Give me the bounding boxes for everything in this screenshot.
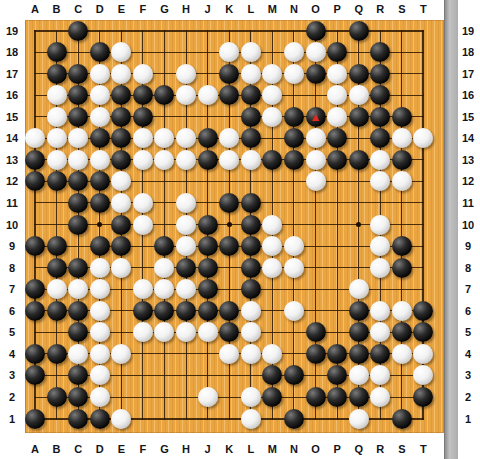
black-stone-M3[interactable] <box>262 365 282 385</box>
white-stone-O12[interactable] <box>306 171 326 191</box>
black-stone-C5[interactable] <box>68 322 88 342</box>
white-stone-B15[interactable] <box>47 107 67 127</box>
column-label-top-H: H <box>175 2 197 16</box>
black-stone-D12[interactable] <box>90 171 110 191</box>
black-stone-E9[interactable] <box>111 236 131 256</box>
black-stone-F15[interactable] <box>133 107 153 127</box>
white-stone-C4[interactable] <box>68 344 88 364</box>
white-stone-N17[interactable] <box>284 64 304 84</box>
white-stone-M10[interactable] <box>262 215 282 235</box>
white-stone-L13[interactable] <box>241 150 261 170</box>
white-stone-D17[interactable] <box>90 64 110 84</box>
white-stone-H7[interactable] <box>176 279 196 299</box>
white-stone-G8[interactable] <box>154 258 174 278</box>
white-stone-H10[interactable] <box>176 215 196 235</box>
window-edge-strip <box>444 0 458 459</box>
row-label-right-3: 3 <box>458 368 478 382</box>
black-stone-T6[interactable] <box>413 301 433 321</box>
black-stone-K6[interactable] <box>219 301 239 321</box>
row-label-right-6: 6 <box>458 304 478 318</box>
row-label-right-11: 11 <box>458 196 478 210</box>
black-stone-S9[interactable] <box>392 236 412 256</box>
black-stone-J8[interactable] <box>198 258 218 278</box>
white-stone-L6[interactable] <box>241 301 261 321</box>
column-label-bottom-E: E <box>110 442 132 456</box>
white-stone-D16[interactable] <box>90 85 110 105</box>
black-stone-L16[interactable] <box>241 85 261 105</box>
black-stone-M2[interactable] <box>262 387 282 407</box>
column-label-bottom-H: H <box>175 442 197 456</box>
row-label-left-8: 8 <box>2 261 22 275</box>
black-stone-G9[interactable] <box>154 236 174 256</box>
black-stone-K5[interactable] <box>219 322 239 342</box>
column-label-top-M: M <box>261 2 283 16</box>
white-stone-B13[interactable] <box>47 150 67 170</box>
black-stone-E16[interactable] <box>111 85 131 105</box>
column-label-top-B: B <box>46 2 68 16</box>
row-label-left-14: 14 <box>2 131 22 145</box>
white-stone-R6[interactable] <box>370 301 390 321</box>
black-stone-L11[interactable] <box>241 193 261 213</box>
black-stone-N14[interactable] <box>284 128 304 148</box>
black-stone-D1[interactable] <box>90 409 110 429</box>
black-stone-S15[interactable] <box>392 107 412 127</box>
white-stone-P16[interactable] <box>327 85 347 105</box>
white-stone-S14[interactable] <box>392 128 412 148</box>
go-board[interactable]: ▲ <box>25 20 444 433</box>
column-label-bottom-J: J <box>197 442 219 456</box>
black-stone-O17[interactable] <box>306 64 326 84</box>
black-stone-N13[interactable] <box>284 150 304 170</box>
column-label-bottom-F: F <box>132 442 154 456</box>
white-stone-H11[interactable] <box>176 193 196 213</box>
white-stone-Q1[interactable] <box>349 409 369 429</box>
column-label-top-F: F <box>132 2 154 16</box>
row-label-left-10: 10 <box>2 218 22 232</box>
black-stone-Q5[interactable] <box>349 322 369 342</box>
white-stone-T14[interactable] <box>413 128 433 148</box>
white-stone-F7[interactable] <box>133 279 153 299</box>
white-stone-F17[interactable] <box>133 64 153 84</box>
row-label-left-1: 1 <box>2 412 22 426</box>
white-stone-D7[interactable] <box>90 279 110 299</box>
row-label-right-5: 5 <box>458 325 478 339</box>
row-label-right-19: 19 <box>458 24 478 38</box>
row-label-left-18: 18 <box>2 45 22 59</box>
row-label-left-4: 4 <box>2 347 22 361</box>
black-stone-B18[interactable] <box>47 42 67 62</box>
column-label-bottom-D: D <box>89 442 111 456</box>
white-stone-R2[interactable] <box>370 387 390 407</box>
row-label-right-8: 8 <box>458 261 478 275</box>
white-stone-D3[interactable] <box>90 365 110 385</box>
white-stone-S6[interactable] <box>392 301 412 321</box>
black-stone-E14[interactable] <box>111 128 131 148</box>
white-stone-H17[interactable] <box>176 64 196 84</box>
row-label-left-5: 5 <box>2 325 22 339</box>
black-stone-R4[interactable] <box>370 344 390 364</box>
white-stone-T3[interactable] <box>413 365 433 385</box>
black-stone-P18[interactable] <box>327 42 347 62</box>
black-stone-R18[interactable] <box>370 42 390 62</box>
white-stone-J5[interactable] <box>198 322 218 342</box>
black-stone-C12[interactable] <box>68 171 88 191</box>
column-label-bottom-K: K <box>218 442 240 456</box>
row-label-right-7: 7 <box>458 282 478 296</box>
white-stone-L18[interactable] <box>241 42 261 62</box>
row-label-left-11: 11 <box>2 196 22 210</box>
black-stone-T5[interactable] <box>413 322 433 342</box>
black-stone-T2[interactable] <box>413 387 433 407</box>
black-stone-D14[interactable] <box>90 128 110 148</box>
white-stone-R3[interactable] <box>370 365 390 385</box>
white-stone-O14[interactable] <box>306 128 326 148</box>
white-stone-H14[interactable] <box>176 128 196 148</box>
black-stone-R15[interactable] <box>370 107 390 127</box>
black-stone-Q6[interactable] <box>349 301 369 321</box>
black-stone-K9[interactable] <box>219 236 239 256</box>
black-stone-D11[interactable] <box>90 193 110 213</box>
black-stone-D18[interactable] <box>90 42 110 62</box>
black-stone-P13[interactable] <box>327 150 347 170</box>
black-stone-B2[interactable] <box>47 387 67 407</box>
white-stone-Q3[interactable] <box>349 365 369 385</box>
row-label-left-15: 15 <box>2 110 22 124</box>
black-stone-F16[interactable] <box>133 85 153 105</box>
black-stone-F6[interactable] <box>133 301 153 321</box>
black-stone-S13[interactable] <box>392 150 412 170</box>
white-stone-G14[interactable] <box>154 128 174 148</box>
black-stone-P4[interactable] <box>327 344 347 364</box>
white-stone-K13[interactable] <box>219 150 239 170</box>
column-label-top-O: O <box>305 2 327 16</box>
row-label-left-3: 3 <box>2 368 22 382</box>
white-stone-N8[interactable] <box>284 258 304 278</box>
column-label-bottom-R: R <box>369 442 391 456</box>
black-stone-A1[interactable] <box>25 409 45 429</box>
white-stone-E17[interactable] <box>111 64 131 84</box>
column-label-bottom-N: N <box>283 442 305 456</box>
white-stone-K14[interactable] <box>219 128 239 148</box>
white-stone-Q16[interactable] <box>349 85 369 105</box>
white-stone-M17[interactable] <box>262 64 282 84</box>
black-stone-A12[interactable] <box>25 171 45 191</box>
black-stone-E15[interactable] <box>111 107 131 127</box>
white-stone-L17[interactable] <box>241 64 261 84</box>
white-stone-M8[interactable] <box>262 258 282 278</box>
black-stone-P2[interactable] <box>327 387 347 407</box>
row-label-right-10: 10 <box>458 218 478 232</box>
white-stone-R13[interactable] <box>370 150 390 170</box>
white-stone-E12[interactable] <box>111 171 131 191</box>
row-label-left-13: 13 <box>2 153 22 167</box>
black-stone-M13[interactable] <box>262 150 282 170</box>
black-stone-A9[interactable] <box>25 236 45 256</box>
white-stone-P15[interactable] <box>327 107 347 127</box>
black-stone-L15[interactable] <box>241 107 261 127</box>
column-label-top-G: G <box>153 2 175 16</box>
row-label-left-16: 16 <box>2 88 22 102</box>
white-stone-C13[interactable] <box>68 150 88 170</box>
black-stone-Q13[interactable] <box>349 150 369 170</box>
white-stone-E4[interactable] <box>111 344 131 364</box>
white-stone-H16[interactable] <box>176 85 196 105</box>
black-stone-L7[interactable] <box>241 279 261 299</box>
white-stone-Q7[interactable] <box>349 279 369 299</box>
black-stone-C15[interactable] <box>68 107 88 127</box>
black-stone-Q19[interactable] <box>349 21 369 41</box>
row-label-right-13: 13 <box>458 153 478 167</box>
column-label-top-E: E <box>110 2 132 16</box>
black-stone-Q4[interactable] <box>349 344 369 364</box>
column-label-top-R: R <box>369 2 391 16</box>
row-label-left-17: 17 <box>2 67 22 81</box>
white-stone-F11[interactable] <box>133 193 153 213</box>
black-stone-H6[interactable] <box>176 301 196 321</box>
white-stone-M9[interactable] <box>262 236 282 256</box>
black-stone-G16[interactable] <box>154 85 174 105</box>
white-stone-O13[interactable] <box>306 150 326 170</box>
black-stone-C10[interactable] <box>68 215 88 235</box>
white-stone-B7[interactable] <box>47 279 67 299</box>
white-stone-R9[interactable] <box>370 236 390 256</box>
white-stone-D5[interactable] <box>90 322 110 342</box>
black-stone-P3[interactable] <box>327 365 347 385</box>
white-stone-G5[interactable] <box>154 322 174 342</box>
black-stone-B8[interactable] <box>47 258 67 278</box>
column-label-bottom-S: S <box>391 442 413 456</box>
column-label-bottom-Q: Q <box>348 442 370 456</box>
black-stone-O19[interactable] <box>306 21 326 41</box>
white-stone-D6[interactable] <box>90 301 110 321</box>
star-point <box>227 222 232 227</box>
column-label-top-Q: Q <box>348 2 370 16</box>
black-stone-J6[interactable] <box>198 301 218 321</box>
row-label-right-17: 17 <box>458 67 478 81</box>
white-stone-L1[interactable] <box>241 409 261 429</box>
column-label-bottom-C: C <box>67 442 89 456</box>
black-stone-Q15[interactable] <box>349 107 369 127</box>
black-stone-C17[interactable] <box>68 64 88 84</box>
row-label-left-6: 6 <box>2 304 22 318</box>
white-stone-H5[interactable] <box>176 322 196 342</box>
black-stone-B17[interactable] <box>47 64 67 84</box>
black-stone-L8[interactable] <box>241 258 261 278</box>
row-label-left-19: 19 <box>2 24 22 38</box>
white-stone-E18[interactable] <box>111 42 131 62</box>
white-stone-M15[interactable] <box>262 107 282 127</box>
white-stone-E8[interactable] <box>111 258 131 278</box>
black-stone-B4[interactable] <box>47 344 67 364</box>
white-stone-H9[interactable] <box>176 236 196 256</box>
row-label-left-9: 9 <box>2 239 22 253</box>
row-label-left-2: 2 <box>2 390 22 404</box>
column-label-top-P: P <box>326 2 348 16</box>
white-stone-K4[interactable] <box>219 344 239 364</box>
black-stone-R14[interactable] <box>370 128 390 148</box>
black-stone-A7[interactable] <box>25 279 45 299</box>
column-label-bottom-A: A <box>24 442 46 456</box>
black-stone-N3[interactable] <box>284 365 304 385</box>
black-stone-E10[interactable] <box>111 215 131 235</box>
column-label-top-D: D <box>89 2 111 16</box>
row-label-right-15: 15 <box>458 110 478 124</box>
black-stone-K17[interactable] <box>219 64 239 84</box>
white-stone-F14[interactable] <box>133 128 153 148</box>
black-stone-B6[interactable] <box>47 301 67 321</box>
black-stone-Q2[interactable] <box>349 387 369 407</box>
white-stone-B14[interactable] <box>47 128 67 148</box>
column-label-bottom-G: G <box>153 442 175 456</box>
black-stone-O5[interactable] <box>306 322 326 342</box>
white-stone-J16[interactable] <box>198 85 218 105</box>
black-stone-C6[interactable] <box>68 301 88 321</box>
white-stone-E11[interactable] <box>111 193 131 213</box>
black-stone-K16[interactable] <box>219 85 239 105</box>
white-stone-A14[interactable] <box>25 128 45 148</box>
black-stone-O2[interactable] <box>306 387 326 407</box>
column-label-top-K: K <box>218 2 240 16</box>
row-label-left-7: 7 <box>2 282 22 296</box>
white-stone-M16[interactable] <box>262 85 282 105</box>
white-stone-R8[interactable] <box>370 258 390 278</box>
column-label-bottom-P: P <box>326 442 348 456</box>
black-stone-A13[interactable] <box>25 150 45 170</box>
white-stone-F13[interactable] <box>133 150 153 170</box>
black-stone-R17[interactable] <box>370 64 390 84</box>
black-stone-A4[interactable] <box>25 344 45 364</box>
row-label-right-1: 1 <box>458 412 478 426</box>
white-stone-T4[interactable] <box>413 344 433 364</box>
white-stone-C14[interactable] <box>68 128 88 148</box>
white-stone-S12[interactable] <box>392 171 412 191</box>
row-label-right-18: 18 <box>458 45 478 59</box>
black-stone-C2[interactable] <box>68 387 88 407</box>
white-stone-K18[interactable] <box>219 42 239 62</box>
row-label-left-12: 12 <box>2 174 22 188</box>
column-label-bottom-L: L <box>240 442 262 456</box>
white-stone-N6[interactable] <box>284 301 304 321</box>
black-stone-G6[interactable] <box>154 301 174 321</box>
white-stone-L5[interactable] <box>241 322 261 342</box>
white-stone-O18[interactable] <box>306 42 326 62</box>
black-stone-D9[interactable] <box>90 236 110 256</box>
white-stone-H13[interactable] <box>176 150 196 170</box>
column-label-top-J: J <box>197 2 219 16</box>
white-stone-G7[interactable] <box>154 279 174 299</box>
black-stone-N1[interactable] <box>284 409 304 429</box>
white-stone-R5[interactable] <box>370 322 390 342</box>
black-stone-A3[interactable] <box>25 365 45 385</box>
go-app-window: ▲ ABCDEFGHJKLMNOPQRST ABCDEFGHJKLMNOPQRS… <box>0 0 480 459</box>
black-stone-P14[interactable] <box>327 128 347 148</box>
white-stone-D2[interactable] <box>90 387 110 407</box>
black-stone-O15[interactable]: ▲ <box>306 107 326 127</box>
row-label-right-9: 9 <box>458 239 478 253</box>
black-stone-A6[interactable] <box>25 301 45 321</box>
black-stone-L9[interactable] <box>241 236 261 256</box>
black-stone-K11[interactable] <box>219 193 239 213</box>
black-stone-Q17[interactable] <box>349 64 369 84</box>
star-point <box>356 222 361 227</box>
black-stone-J7[interactable] <box>198 279 218 299</box>
white-stone-S4[interactable] <box>392 344 412 364</box>
white-stone-F10[interactable] <box>133 215 153 235</box>
black-stone-O4[interactable] <box>306 344 326 364</box>
white-stone-L2[interactable] <box>241 387 261 407</box>
black-stone-S1[interactable] <box>392 409 412 429</box>
black-stone-C16[interactable] <box>68 85 88 105</box>
column-label-bottom-B: B <box>46 442 68 456</box>
column-label-top-T: T <box>412 2 434 16</box>
row-label-right-2: 2 <box>458 390 478 404</box>
white-stone-P17[interactable] <box>327 64 347 84</box>
black-stone-C3[interactable] <box>68 365 88 385</box>
row-label-right-14: 14 <box>458 131 478 145</box>
white-stone-D8[interactable] <box>90 258 110 278</box>
column-label-top-L: L <box>240 2 262 16</box>
row-label-right-4: 4 <box>458 347 478 361</box>
white-stone-M4[interactable] <box>262 344 282 364</box>
white-stone-G13[interactable] <box>154 150 174 170</box>
white-stone-D15[interactable] <box>90 107 110 127</box>
star-point <box>97 222 102 227</box>
row-label-right-12: 12 <box>458 174 478 188</box>
white-stone-N18[interactable] <box>284 42 304 62</box>
black-stone-C19[interactable] <box>68 21 88 41</box>
white-stone-E1[interactable] <box>111 409 131 429</box>
black-stone-L14[interactable] <box>241 128 261 148</box>
white-stone-B16[interactable] <box>47 85 67 105</box>
black-stone-H8[interactable] <box>176 258 196 278</box>
grid-line-vertical <box>293 30 294 420</box>
white-stone-L4[interactable] <box>241 344 261 364</box>
column-label-top-N: N <box>283 2 305 16</box>
white-stone-D4[interactable] <box>90 344 110 364</box>
black-stone-C1[interactable] <box>68 409 88 429</box>
column-label-bottom-O: O <box>305 442 327 456</box>
column-label-top-C: C <box>67 2 89 16</box>
column-label-bottom-T: T <box>412 442 434 456</box>
row-label-right-16: 16 <box>458 88 478 102</box>
black-stone-R16[interactable] <box>370 85 390 105</box>
black-stone-J9[interactable] <box>198 236 218 256</box>
white-stone-R12[interactable] <box>370 171 390 191</box>
white-stone-J2[interactable] <box>198 387 218 407</box>
black-stone-J10[interactable] <box>198 215 218 235</box>
white-stone-C7[interactable] <box>68 279 88 299</box>
column-label-top-S: S <box>391 2 413 16</box>
white-stone-N9[interactable] <box>284 236 304 256</box>
white-stone-D13[interactable] <box>90 150 110 170</box>
black-stone-C8[interactable] <box>68 258 88 278</box>
column-label-bottom-M: M <box>261 442 283 456</box>
black-stone-J14[interactable] <box>198 128 218 148</box>
black-stone-B12[interactable] <box>47 171 67 191</box>
white-stone-R10[interactable] <box>370 215 390 235</box>
last-move-triangle-marker: ▲ <box>306 107 326 127</box>
black-stone-N15[interactable] <box>284 107 304 127</box>
black-stone-E13[interactable] <box>111 150 131 170</box>
black-stone-S5[interactable] <box>392 322 412 342</box>
black-stone-C11[interactable] <box>68 193 88 213</box>
black-stone-S8[interactable] <box>392 258 412 278</box>
white-stone-F5[interactable] <box>133 322 153 342</box>
column-label-top-A: A <box>24 2 46 16</box>
black-stone-B9[interactable] <box>47 236 67 256</box>
black-stone-J13[interactable] <box>198 150 218 170</box>
black-stone-L10[interactable] <box>241 215 261 235</box>
